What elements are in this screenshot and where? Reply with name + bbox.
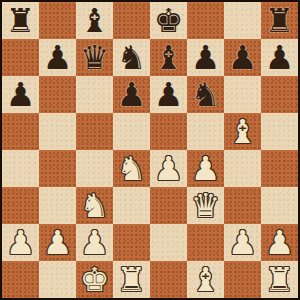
square-f7[interactable]: ♟ [187,39,224,76]
square-c3[interactable]: ♞ [76,187,113,224]
square-c4[interactable] [76,150,113,187]
piece-black-king[interactable]: ♚ [154,2,184,39]
piece-black-knight[interactable]: ♞ [191,76,221,113]
piece-black-rook[interactable]: ♜ [265,2,295,39]
square-e2[interactable] [150,224,187,261]
piece-white-queen[interactable]: ♛ [191,187,221,224]
square-h7[interactable]: ♟ [261,39,298,76]
piece-black-pawn[interactable]: ♟ [117,76,147,113]
square-c7[interactable]: ♛ [76,39,113,76]
square-f2[interactable] [187,224,224,261]
square-a2[interactable]: ♟ [2,224,39,261]
square-d3[interactable] [113,187,150,224]
square-b8[interactable] [39,2,76,39]
piece-black-pawn[interactable]: ♟ [6,76,36,113]
square-a8[interactable]: ♜ [2,2,39,39]
piece-white-pawn[interactable]: ♟ [154,150,184,187]
square-g1[interactable] [224,261,261,298]
square-e8[interactable]: ♚ [150,2,187,39]
square-h1[interactable]: ♜ [261,261,298,298]
piece-white-knight[interactable]: ♞ [117,150,147,187]
piece-white-bishop[interactable]: ♝ [191,261,221,298]
square-d7[interactable]: ♞ [113,39,150,76]
square-g3[interactable] [224,187,261,224]
square-h6[interactable] [261,76,298,113]
piece-white-bishop[interactable]: ♝ [228,113,258,150]
square-f4[interactable]: ♟ [187,150,224,187]
square-h8[interactable]: ♜ [261,2,298,39]
square-e3[interactable] [150,187,187,224]
square-f3[interactable]: ♛ [187,187,224,224]
square-h2[interactable]: ♟ [261,224,298,261]
square-g8[interactable] [224,2,261,39]
square-b1[interactable] [39,261,76,298]
chess-board: ♜♝♚♜♟♛♞♝♟♟♟♟♟♟♞♝♞♟♟♞♛♟♟♟♟♟♚♜♝♜ [2,2,298,298]
square-a6[interactable]: ♟ [2,76,39,113]
piece-white-pawn[interactable]: ♟ [43,224,73,261]
square-b3[interactable] [39,187,76,224]
piece-white-pawn[interactable]: ♟ [80,224,110,261]
square-f6[interactable]: ♞ [187,76,224,113]
square-e5[interactable] [150,113,187,150]
square-e1[interactable] [150,261,187,298]
square-a4[interactable] [2,150,39,187]
piece-black-pawn[interactable]: ♟ [191,39,221,76]
square-a3[interactable] [2,187,39,224]
square-d8[interactable] [113,2,150,39]
square-h4[interactable] [261,150,298,187]
piece-black-pawn[interactable]: ♟ [228,39,258,76]
piece-white-pawn[interactable]: ♟ [191,150,221,187]
square-c5[interactable] [76,113,113,150]
square-b2[interactable]: ♟ [39,224,76,261]
piece-white-pawn[interactable]: ♟ [228,224,258,261]
piece-black-queen[interactable]: ♛ [80,39,110,76]
square-b6[interactable] [39,76,76,113]
square-f8[interactable] [187,2,224,39]
piece-white-rook[interactable]: ♜ [117,261,147,298]
piece-black-pawn[interactable]: ♟ [154,76,184,113]
square-f5[interactable] [187,113,224,150]
piece-white-pawn[interactable]: ♟ [6,224,36,261]
piece-white-knight[interactable]: ♞ [80,187,110,224]
square-g7[interactable]: ♟ [224,39,261,76]
square-d4[interactable]: ♞ [113,150,150,187]
board-frame: ♜♝♚♜♟♛♞♝♟♟♟♟♟♟♞♝♞♟♟♞♛♟♟♟♟♟♚♜♝♜ [0,0,300,300]
piece-black-bishop[interactable]: ♝ [80,2,110,39]
square-d1[interactable]: ♜ [113,261,150,298]
square-g4[interactable] [224,150,261,187]
square-h5[interactable] [261,113,298,150]
square-g6[interactable] [224,76,261,113]
square-e6[interactable]: ♟ [150,76,187,113]
square-a1[interactable] [2,261,39,298]
square-a7[interactable] [2,39,39,76]
square-f1[interactable]: ♝ [187,261,224,298]
square-e4[interactable]: ♟ [150,150,187,187]
square-h3[interactable] [261,187,298,224]
square-d6[interactable]: ♟ [113,76,150,113]
square-g5[interactable]: ♝ [224,113,261,150]
square-d5[interactable] [113,113,150,150]
square-g2[interactable]: ♟ [224,224,261,261]
piece-black-pawn[interactable]: ♟ [43,39,73,76]
square-b4[interactable] [39,150,76,187]
square-b7[interactable]: ♟ [39,39,76,76]
piece-black-bishop[interactable]: ♝ [154,39,184,76]
piece-black-rook[interactable]: ♜ [6,2,36,39]
square-d2[interactable] [113,224,150,261]
square-a5[interactable] [2,113,39,150]
piece-black-pawn[interactable]: ♟ [265,39,295,76]
piece-white-rook[interactable]: ♜ [265,261,295,298]
piece-white-king[interactable]: ♚ [80,261,110,298]
square-e7[interactable]: ♝ [150,39,187,76]
piece-white-pawn[interactable]: ♟ [265,224,295,261]
square-b5[interactable] [39,113,76,150]
square-c6[interactable] [76,76,113,113]
square-c1[interactable]: ♚ [76,261,113,298]
square-c8[interactable]: ♝ [76,2,113,39]
square-c2[interactable]: ♟ [76,224,113,261]
piece-black-knight[interactable]: ♞ [117,39,147,76]
